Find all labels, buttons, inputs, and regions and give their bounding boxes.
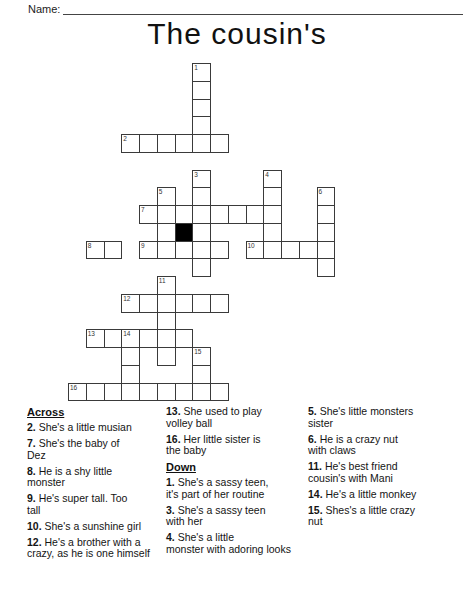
grid-cell[interactable] (317, 223, 336, 242)
grid-cell[interactable] (121, 383, 140, 402)
clue-across-2: 2. She's a little musian (27, 422, 169, 434)
clue-number: 16. (166, 433, 181, 445)
grid-cell[interactable] (192, 81, 211, 100)
clue-down-5: 5. She's little monsterssister (308, 406, 468, 429)
name-blank-line[interactable] (63, 1, 463, 15)
clue-across-7: 7. She's the baby ofDez (27, 438, 169, 461)
grid-cell[interactable]: 4 (263, 170, 282, 189)
grid-cell[interactable]: 8 (86, 241, 105, 260)
grid-cell[interactable] (104, 383, 123, 402)
grid-cell[interactable] (246, 205, 265, 224)
clue-number: 8. (27, 465, 36, 477)
grid-cell[interactable] (139, 134, 158, 153)
grid-cell[interactable] (139, 294, 158, 313)
across-header: Across (27, 406, 169, 418)
grid-cell[interactable] (192, 134, 211, 153)
down-header: Down (166, 461, 312, 473)
clue-down-1: 1. She's a sassy teen,it's part of her r… (166, 477, 312, 500)
grid-cell[interactable]: 1 (192, 63, 211, 82)
black-cell (175, 223, 194, 242)
clue-column-2: 13. She used to playvolley ball16. Her l… (166, 406, 312, 560)
clue-column-3: 5. She's little monsterssister6. He is a… (308, 406, 468, 532)
grid-cell[interactable]: 12 (121, 294, 140, 313)
clue-down-15: 15. Shes's a little crazynut (308, 505, 468, 528)
grid-cell[interactable]: 14 (121, 329, 140, 348)
cell-number: 16 (70, 384, 77, 391)
clue-number: 6. (308, 433, 317, 445)
page-title: The cousin's (0, 17, 474, 51)
grid-cell[interactable]: 11 (157, 276, 176, 295)
grid-cell[interactable] (192, 205, 211, 224)
cell-number: 5 (159, 188, 163, 195)
cell-number: 9 (141, 242, 145, 249)
grid-cell[interactable] (121, 347, 140, 366)
grid-cell[interactable] (86, 383, 105, 402)
clue-down-3: 3. She's a sassy teenwith her (166, 505, 312, 528)
cell-number: 13 (88, 330, 95, 337)
grid-cell[interactable] (175, 134, 194, 153)
cell-number: 8 (88, 242, 92, 249)
cell-number: 4 (265, 171, 269, 178)
grid-cell[interactable] (263, 223, 282, 242)
grid-cell[interactable] (263, 241, 282, 260)
clue-number: 1. (166, 476, 175, 488)
grid-cell[interactable] (139, 329, 158, 348)
grid-cell[interactable] (210, 294, 229, 313)
grid-cell[interactable] (210, 383, 229, 402)
grid-cell[interactable] (139, 383, 158, 402)
grid-cell[interactable] (192, 258, 211, 277)
grid-cell[interactable] (317, 241, 336, 260)
grid-cell[interactable]: 3 (192, 170, 211, 189)
grid-cell[interactable]: 16 (68, 383, 87, 402)
grid-cell[interactable] (175, 294, 194, 313)
grid-cell[interactable] (317, 258, 336, 277)
clue-down-11: 11. He's best friendcousin's with Mani (308, 461, 468, 484)
clue-number: 3. (166, 504, 175, 516)
grid-cell[interactable] (157, 134, 176, 153)
grid-cell[interactable] (192, 365, 211, 384)
cell-number: 3 (194, 171, 198, 178)
clue-across-8: 8. He is a shy littlemonster (27, 466, 169, 489)
grid-cell[interactable] (121, 365, 140, 384)
clue-down-4: 4. She's a littlemonster with adoring lo… (166, 532, 312, 555)
grid-cell[interactable]: 10 (246, 241, 265, 260)
cell-number: 2 (123, 135, 127, 142)
clue-number: 14. (308, 488, 323, 500)
grid-cell[interactable] (299, 241, 318, 260)
grid-cell[interactable] (157, 312, 176, 331)
grid-cell[interactable] (104, 241, 123, 260)
grid-cell[interactable] (317, 205, 336, 224)
cell-number: 14 (123, 330, 130, 337)
grid-cell[interactable]: 5 (157, 187, 176, 206)
clue-across-16: 16. Her little sister isthe baby (166, 434, 312, 457)
grid-cell[interactable] (175, 383, 194, 402)
grid-cell[interactable] (192, 187, 211, 206)
grid-cell[interactable] (192, 116, 211, 135)
clue-column-1: Across2. She's a little musian7. She's t… (27, 406, 169, 564)
clue-across-13: 13. She used to playvolley ball (166, 406, 312, 429)
grid-cell[interactable]: 7 (139, 205, 158, 224)
clue-across-12: 12. He's a brother with acrazy, as he is… (27, 537, 169, 560)
grid-cell[interactable] (210, 205, 229, 224)
grid-cell[interactable] (192, 241, 211, 260)
clue-across-10: 10. She's a sunshine girl (27, 521, 169, 533)
cell-number: 11 (159, 277, 166, 284)
grid-cell[interactable] (175, 329, 194, 348)
grid-cell[interactable]: 15 (192, 347, 211, 366)
grid-cell[interactable] (210, 241, 229, 260)
grid-cell[interactable] (192, 383, 211, 402)
grid-cell[interactable] (157, 205, 176, 224)
grid-cell[interactable] (157, 294, 176, 313)
grid-cell[interactable] (175, 241, 194, 260)
grid-cell[interactable] (157, 329, 176, 348)
grid-cell[interactable] (281, 241, 300, 260)
grid-cell[interactable]: 13 (86, 329, 105, 348)
grid-cell[interactable] (263, 187, 282, 206)
crossword-grid: 12345678910111213141516 (68, 63, 336, 402)
grid-cell[interactable]: 6 (317, 187, 336, 206)
grid-cell[interactable] (228, 205, 247, 224)
grid-cell[interactable] (263, 205, 282, 224)
cell-number: 10 (248, 242, 255, 249)
clue-across-9: 9. He's super tall. Tootall (27, 493, 169, 516)
grid-cell[interactable]: 2 (121, 134, 140, 153)
name-label: Name: (28, 3, 60, 15)
clue-number: 11. (308, 460, 322, 472)
grid-cell[interactable] (104, 329, 123, 348)
grid-cell[interactable] (192, 223, 211, 242)
grid-cell[interactable] (210, 134, 229, 153)
clue-number: 15. (308, 504, 323, 516)
grid-cell[interactable] (157, 383, 176, 402)
grid-cell[interactable] (157, 241, 176, 260)
cell-number: 7 (141, 206, 145, 213)
cell-number: 6 (319, 188, 323, 195)
cell-number: 1 (194, 64, 198, 71)
clue-number: 10. (27, 520, 42, 532)
clue-number: 5. (308, 405, 317, 417)
grid-cell[interactable] (192, 99, 211, 118)
cell-number: 15 (194, 348, 201, 355)
clue-number: 12. (27, 536, 42, 548)
clue-number: 9. (27, 492, 36, 504)
cell-number: 12 (123, 295, 130, 302)
grid-cell[interactable] (157, 347, 176, 366)
clue-number: 7. (27, 437, 36, 449)
grid-cell[interactable]: 9 (139, 241, 158, 260)
grid-cell[interactable] (175, 205, 194, 224)
grid-cell[interactable] (157, 223, 176, 242)
clue-down-6: 6. He is a crazy nutwith claws (308, 434, 468, 457)
clue-number: 2. (27, 421, 36, 433)
grid-cell[interactable] (192, 294, 211, 313)
clue-number: 4. (166, 531, 175, 543)
clue-number: 13. (166, 405, 181, 417)
clue-down-14: 14. He's a little monkey (308, 489, 468, 501)
